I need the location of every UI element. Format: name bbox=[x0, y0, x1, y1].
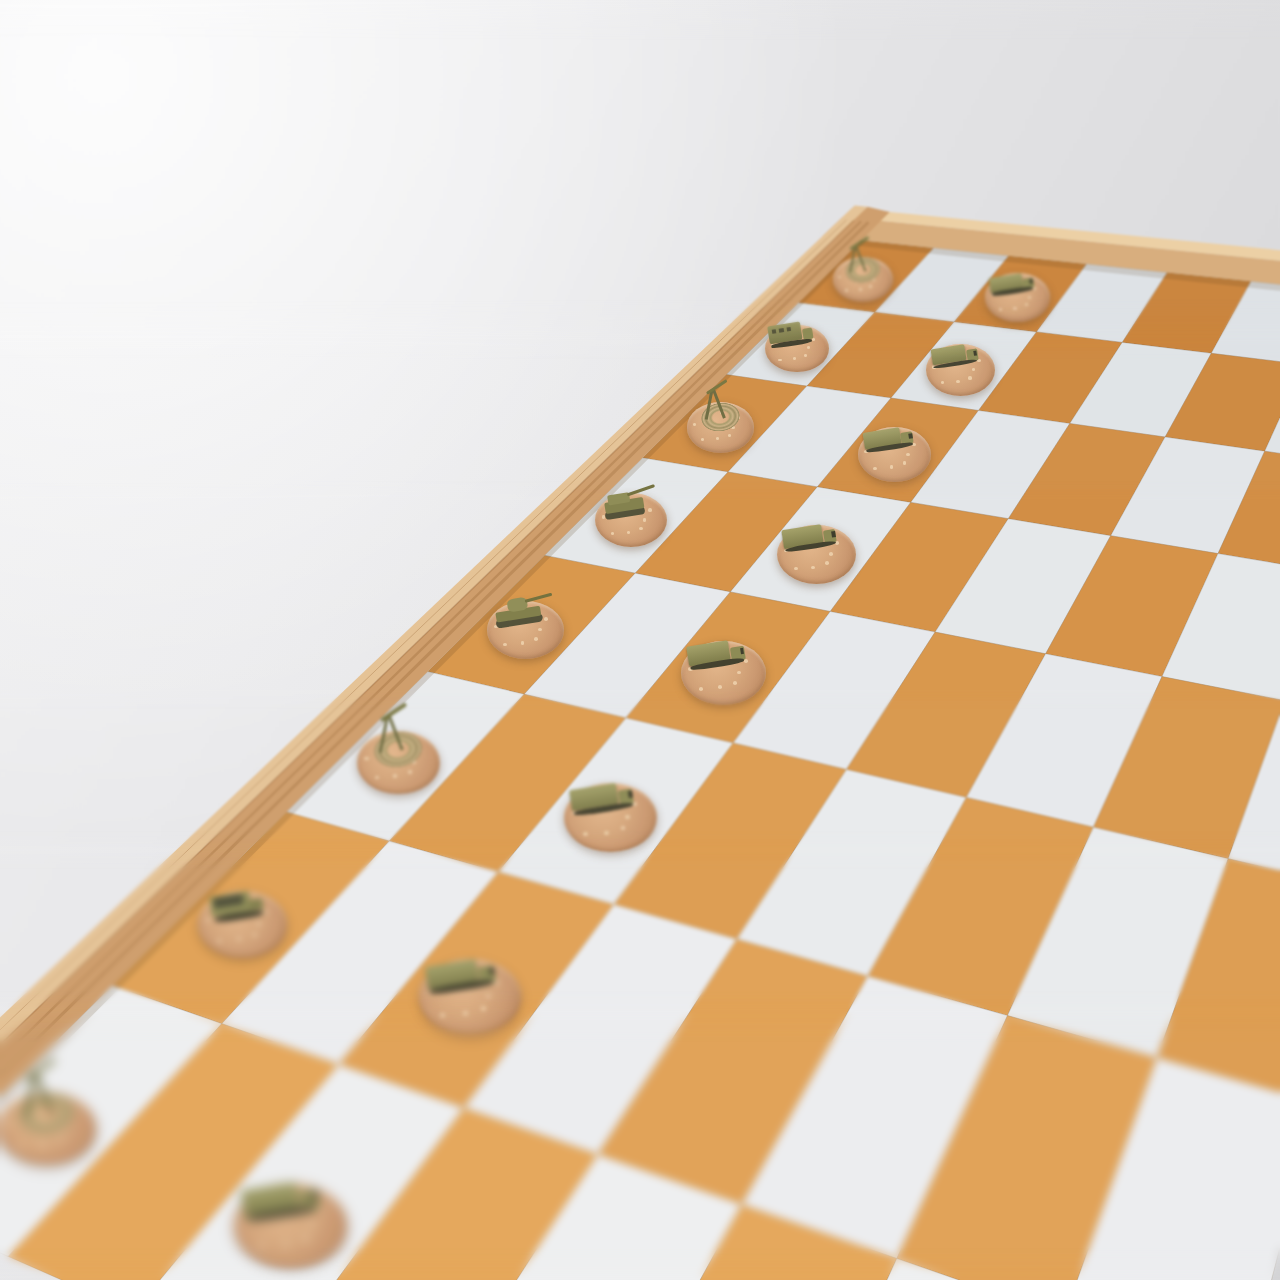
gun-sandbag-ring bbox=[837, 250, 889, 291]
halftrack-miniature bbox=[192, 856, 294, 956]
gun-barrel bbox=[25, 1058, 57, 1081]
field-gun-miniature bbox=[351, 699, 445, 792]
truck-miniature bbox=[558, 747, 664, 851]
gun-sandbag-ring bbox=[363, 722, 434, 778]
field-gun-miniature bbox=[682, 376, 759, 452]
pieces-layer bbox=[0, 0, 1280, 1280]
box-truck-window bbox=[779, 328, 784, 333]
self-propelled-gun-miniature bbox=[590, 466, 672, 547]
truck-miniature bbox=[412, 919, 528, 1033]
piece-a8-field-gun[interactable] bbox=[0, 1092, 96, 1165]
truck-windshield bbox=[740, 648, 745, 655]
truck-miniature bbox=[853, 399, 937, 481]
piece-a1-field-gun[interactable] bbox=[833, 257, 893, 302]
field-gun-miniature bbox=[0, 1054, 103, 1164]
box-truck-miniature bbox=[761, 300, 834, 371]
gun-sandbag-ring bbox=[691, 394, 749, 440]
piece-c8-truck[interactable] bbox=[234, 1183, 347, 1268]
halftrack-hood bbox=[249, 897, 264, 910]
piece-c4-truck[interactable] bbox=[777, 525, 856, 584]
truck-miniature bbox=[227, 1139, 356, 1265]
box-truck-window bbox=[786, 326, 791, 331]
piece-a6-field-gun[interactable] bbox=[357, 731, 440, 793]
piece-a4-self-propelled-gun[interactable] bbox=[595, 493, 667, 547]
tank-gun-barrel bbox=[525, 593, 553, 603]
piece-c7-truck[interactable] bbox=[419, 959, 521, 1035]
gun-sandbag-ring bbox=[5, 1080, 89, 1147]
piece-c2-truck[interactable] bbox=[926, 344, 995, 396]
truck-miniature bbox=[772, 494, 862, 582]
piece-c3-truck[interactable] bbox=[858, 427, 932, 482]
piece-c5-truck[interactable] bbox=[681, 641, 766, 705]
piece-c1-truck[interactable] bbox=[985, 273, 1050, 322]
piece-a7-halftrack[interactable] bbox=[198, 891, 288, 958]
field-gun-miniature bbox=[829, 234, 898, 301]
truck-windshield bbox=[908, 433, 912, 439]
gun-barrel bbox=[706, 379, 728, 395]
truck-miniature bbox=[981, 248, 1055, 320]
spg-gun-barrel bbox=[627, 484, 655, 496]
piece-a5-tiger-tank[interactable] bbox=[487, 601, 564, 659]
board-photo-scene bbox=[0, 0, 1280, 1280]
truck-cab bbox=[802, 328, 814, 340]
box-truck-window bbox=[771, 329, 776, 334]
truck-miniature bbox=[922, 318, 1001, 395]
gun-barrel bbox=[380, 703, 407, 722]
piece-a3-field-gun[interactable] bbox=[687, 402, 755, 453]
truck-miniature bbox=[675, 608, 772, 703]
piece-a2-box-truck[interactable] bbox=[765, 325, 829, 373]
tiger-tank-miniature bbox=[482, 572, 570, 658]
gun-barrel bbox=[849, 237, 869, 251]
piece-c6-truck[interactable] bbox=[564, 783, 657, 852]
